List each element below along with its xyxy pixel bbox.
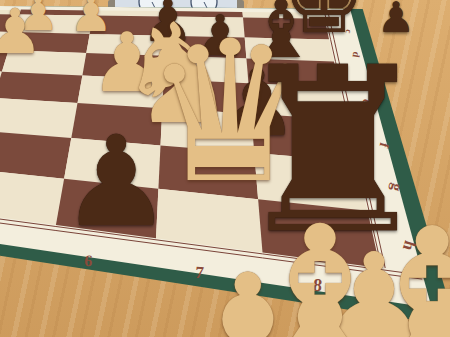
square-c5 (9, 32, 90, 53)
square-e5 (0, 72, 82, 103)
square-e7 (162, 79, 251, 114)
square-f5 (0, 98, 77, 138)
square-d7 (164, 56, 249, 83)
square-a7 (167, 11, 243, 18)
square-b8 (243, 18, 329, 40)
square-a8 (243, 12, 325, 19)
square-d8 (246, 59, 340, 88)
square-a6 (93, 10, 167, 16)
rank-label-6: 6 (84, 252, 93, 270)
square-a5 (19, 10, 94, 16)
square-b6 (90, 16, 167, 36)
chess-photo-stage: 5678cdefgh ♟♟♟♚♟♟♟♝♟♞♟♛♟♜♟♝♝♟ (0, 0, 450, 337)
square-b7 (166, 17, 245, 38)
square-c8 (245, 38, 334, 62)
square-g5 (0, 131, 71, 179)
square-d6 (82, 53, 164, 79)
chess-board: 5678cdefgh (0, 0, 450, 337)
square-d5 (2, 50, 86, 75)
square-f7 (161, 108, 255, 153)
square-c6 (86, 34, 166, 56)
square-c7 (165, 36, 247, 59)
square-e8 (249, 83, 348, 120)
square-f6 (71, 103, 162, 145)
square-b5 (14, 15, 93, 34)
square-e6 (78, 76, 164, 109)
square-a4 (0, 9, 21, 15)
